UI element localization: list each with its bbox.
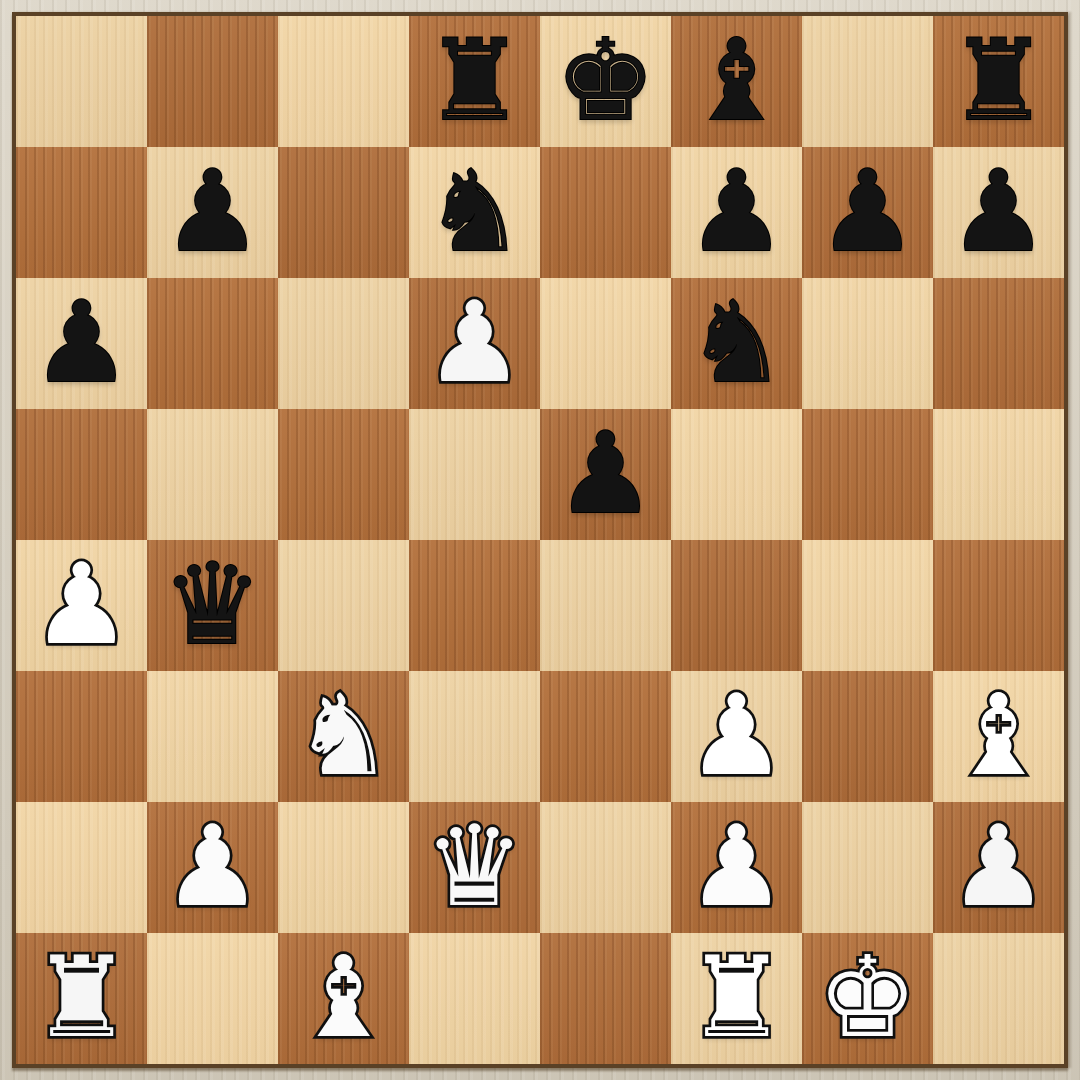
square-c5[interactable] xyxy=(278,409,409,540)
square-e4[interactable] xyxy=(540,540,671,671)
square-b2[interactable]: ♟ xyxy=(147,802,278,933)
square-c7[interactable] xyxy=(278,147,409,278)
square-h2[interactable]: ♟ xyxy=(933,802,1064,933)
square-c4[interactable] xyxy=(278,540,409,671)
square-c2[interactable] xyxy=(278,802,409,933)
piece-white-bishop[interactable]: ♝ xyxy=(293,941,393,1053)
square-a8[interactable] xyxy=(16,16,147,147)
piece-black-queen[interactable]: ♛ xyxy=(162,548,262,660)
piece-black-pawn[interactable]: ♟ xyxy=(817,155,917,267)
piece-white-queen[interactable]: ♛ xyxy=(424,810,524,922)
square-g5[interactable] xyxy=(802,409,933,540)
square-a7[interactable] xyxy=(16,147,147,278)
square-h3[interactable]: ♝ xyxy=(933,671,1064,802)
square-d6[interactable]: ♟ xyxy=(409,278,540,409)
page-background: { "game": "chess", "position": "3rkb1r/1… xyxy=(0,0,1080,1080)
piece-black-bishop[interactable]: ♝ xyxy=(686,24,786,136)
square-e8[interactable]: ♚ xyxy=(540,16,671,147)
square-g1[interactable]: ♚ xyxy=(802,933,933,1064)
piece-white-rook[interactable]: ♜ xyxy=(31,941,131,1053)
square-f1[interactable]: ♜ xyxy=(671,933,802,1064)
piece-white-pawn[interactable]: ♟ xyxy=(686,679,786,791)
square-a5[interactable] xyxy=(16,409,147,540)
square-d5[interactable] xyxy=(409,409,540,540)
piece-black-knight[interactable]: ♞ xyxy=(424,155,524,267)
piece-white-pawn[interactable]: ♟ xyxy=(948,810,1048,922)
piece-white-pawn[interactable]: ♟ xyxy=(31,548,131,660)
square-a3[interactable] xyxy=(16,671,147,802)
square-e5[interactable]: ♟ xyxy=(540,409,671,540)
square-f8[interactable]: ♝ xyxy=(671,16,802,147)
square-h8[interactable]: ♜ xyxy=(933,16,1064,147)
square-f5[interactable] xyxy=(671,409,802,540)
square-e7[interactable] xyxy=(540,147,671,278)
square-g3[interactable] xyxy=(802,671,933,802)
square-d3[interactable] xyxy=(409,671,540,802)
square-d1[interactable] xyxy=(409,933,540,1064)
square-b5[interactable] xyxy=(147,409,278,540)
piece-black-knight[interactable]: ♞ xyxy=(686,286,786,398)
square-h1[interactable] xyxy=(933,933,1064,1064)
square-d8[interactable]: ♜ xyxy=(409,16,540,147)
square-a1[interactable]: ♜ xyxy=(16,933,147,1064)
piece-black-pawn[interactable]: ♟ xyxy=(555,417,655,529)
square-g8[interactable] xyxy=(802,16,933,147)
square-b7[interactable]: ♟ xyxy=(147,147,278,278)
piece-black-rook[interactable]: ♜ xyxy=(424,24,524,136)
square-g6[interactable] xyxy=(802,278,933,409)
square-h5[interactable] xyxy=(933,409,1064,540)
square-g7[interactable]: ♟ xyxy=(802,147,933,278)
square-h4[interactable] xyxy=(933,540,1064,671)
square-c8[interactable] xyxy=(278,16,409,147)
piece-white-bishop[interactable]: ♝ xyxy=(948,679,1048,791)
square-c3[interactable]: ♞ xyxy=(278,671,409,802)
square-f2[interactable]: ♟ xyxy=(671,802,802,933)
square-b1[interactable] xyxy=(147,933,278,1064)
square-a6[interactable]: ♟ xyxy=(16,278,147,409)
piece-white-pawn[interactable]: ♟ xyxy=(686,810,786,922)
piece-white-pawn[interactable]: ♟ xyxy=(162,810,262,922)
square-e2[interactable] xyxy=(540,802,671,933)
square-e1[interactable] xyxy=(540,933,671,1064)
square-f7[interactable]: ♟ xyxy=(671,147,802,278)
piece-black-pawn[interactable]: ♟ xyxy=(948,155,1048,267)
piece-black-pawn[interactable]: ♟ xyxy=(686,155,786,267)
square-b8[interactable] xyxy=(147,16,278,147)
square-c6[interactable] xyxy=(278,278,409,409)
square-d2[interactable]: ♛ xyxy=(409,802,540,933)
square-d4[interactable] xyxy=(409,540,540,671)
piece-black-king[interactable]: ♚ xyxy=(555,24,655,136)
square-h7[interactable]: ♟ xyxy=(933,147,1064,278)
square-f3[interactable]: ♟ xyxy=(671,671,802,802)
square-d7[interactable]: ♞ xyxy=(409,147,540,278)
square-e6[interactable] xyxy=(540,278,671,409)
square-f4[interactable] xyxy=(671,540,802,671)
piece-black-rook[interactable]: ♜ xyxy=(948,24,1048,136)
piece-white-king[interactable]: ♚ xyxy=(817,941,917,1053)
square-a2[interactable] xyxy=(16,802,147,933)
square-c1[interactable]: ♝ xyxy=(278,933,409,1064)
piece-black-pawn[interactable]: ♟ xyxy=(31,286,131,398)
square-f6[interactable]: ♞ xyxy=(671,278,802,409)
piece-black-pawn[interactable]: ♟ xyxy=(162,155,262,267)
piece-white-knight[interactable]: ♞ xyxy=(293,679,393,791)
piece-white-pawn[interactable]: ♟ xyxy=(424,286,524,398)
square-g4[interactable] xyxy=(802,540,933,671)
square-b3[interactable] xyxy=(147,671,278,802)
piece-white-rook[interactable]: ♜ xyxy=(686,941,786,1053)
square-a4[interactable]: ♟ xyxy=(16,540,147,671)
chessboard: ♜♚♝♜♟♞♟♟♟♟♟♞♟♟♛♞♟♝♟♛♟♟♜♝♜♚ xyxy=(12,12,1068,1068)
square-b4[interactable]: ♛ xyxy=(147,540,278,671)
square-h6[interactable] xyxy=(933,278,1064,409)
square-g2[interactable] xyxy=(802,802,933,933)
square-b6[interactable] xyxy=(147,278,278,409)
square-e3[interactable] xyxy=(540,671,671,802)
